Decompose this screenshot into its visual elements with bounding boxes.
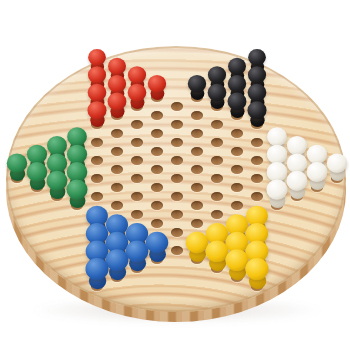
hole-10-5[interactable] [211,174,223,183]
peg-yellow[interactable] [245,258,268,293]
hole-4-6[interactable] [91,174,103,183]
hole-8-4[interactable] [171,174,183,183]
hole-5-3[interactable] [111,129,123,138]
hole-10-2[interactable] [211,120,223,129]
peg-red[interactable] [148,75,166,103]
hole-8-3[interactable] [171,156,183,165]
hole-6-2[interactable] [131,120,143,129]
peg-blue[interactable] [85,258,108,293]
peg-green[interactable] [47,171,68,202]
peg-blue[interactable] [146,232,168,266]
peg-white[interactable] [307,162,328,193]
hole-9-5[interactable] [191,183,203,192]
hole-10-7[interactable] [211,210,223,219]
hole-9-3[interactable] [191,147,203,156]
hole-9-4[interactable] [191,165,203,174]
peg-blue[interactable] [126,240,149,274]
hole-6-6[interactable] [131,192,143,201]
hole-4-4[interactable] [91,138,103,147]
hole-6-7[interactable] [131,210,143,219]
hole-12-6[interactable] [251,174,263,183]
hole-8-1[interactable] [171,120,183,129]
hole-11-3[interactable] [231,129,243,138]
hole-8-2[interactable] [171,138,183,147]
hole-10-6[interactable] [211,192,223,201]
peg-black[interactable] [247,101,266,130]
hole-7-4[interactable] [151,165,163,174]
hole-12-7[interactable] [251,192,263,201]
hole-7-5[interactable] [151,183,163,192]
hole-4-7[interactable] [91,192,103,201]
peg-green[interactable] [66,180,87,212]
hole-11-5[interactable] [231,165,243,174]
peg-white[interactable] [287,171,308,202]
hole-8-7[interactable] [171,228,183,237]
hole-7-7[interactable] [151,219,163,228]
hole-9-7[interactable] [191,219,203,228]
peg-green[interactable] [7,153,27,184]
board-field [0,0,350,350]
hole-12-4[interactable] [251,138,263,147]
hole-8-0[interactable] [171,102,183,111]
hole-9-2[interactable] [191,129,203,138]
hole-5-5[interactable] [111,165,123,174]
hole-6-5[interactable] [131,174,143,183]
peg-blue[interactable] [106,249,129,283]
peg-black[interactable] [208,84,227,112]
product-photo-scene [0,0,350,350]
hole-7-1[interactable] [151,111,163,120]
hole-7-3[interactable] [151,147,163,156]
hole-6-4[interactable] [131,156,143,165]
hole-9-1[interactable] [191,111,203,120]
hole-8-5[interactable] [171,192,183,201]
hole-8-6[interactable] [171,210,183,219]
hole-8-8[interactable] [171,246,183,255]
hole-5-4[interactable] [111,147,123,156]
hole-11-6[interactable] [231,183,243,192]
peg-black[interactable] [228,92,247,120]
hole-7-2[interactable] [151,129,163,138]
hole-10-3[interactable] [211,138,223,147]
peg-black[interactable] [188,75,206,103]
peg-white[interactable] [327,153,347,184]
peg-green[interactable] [27,162,48,193]
peg-red[interactable] [128,84,147,112]
hole-11-7[interactable] [231,201,243,210]
hole-5-7[interactable] [111,201,123,210]
peg-white[interactable] [266,180,287,212]
hole-6-3[interactable] [131,138,143,147]
peg-red[interactable] [108,92,127,120]
hole-10-4[interactable] [211,156,223,165]
hole-7-6[interactable] [151,201,163,210]
hole-11-4[interactable] [231,147,243,156]
hole-4-5[interactable] [91,156,103,165]
peg-red[interactable] [87,101,106,130]
hole-5-6[interactable] [111,183,123,192]
hole-9-6[interactable] [191,201,203,210]
hole-12-5[interactable] [251,156,263,165]
